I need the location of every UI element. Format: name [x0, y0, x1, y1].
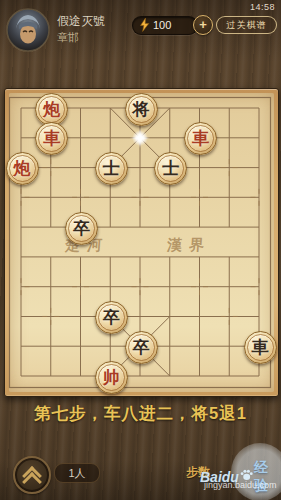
stage-records-button[interactable]: 过关棋谱	[216, 16, 277, 34]
player-name: 假途灭號	[57, 13, 105, 30]
online-count-badge: 1人	[54, 463, 100, 483]
watermark-url: jingyan.baidu.com	[204, 480, 277, 490]
last-move-marker	[132, 130, 148, 146]
collapse-button[interactable]	[13, 456, 51, 494]
xiangqi-board[interactable]: 楚河 漢界 炮将車車炮士士卒卒卒車帅	[4, 88, 279, 397]
player-avatar[interactable]	[6, 8, 50, 52]
lightning-icon	[139, 18, 150, 32]
piece-black-chariot[interactable]: 車	[244, 331, 277, 364]
app-screen: 14:58 假途灭號 章邯 100 + 过关棋谱	[0, 0, 281, 500]
piece-red-cannon[interactable]: 炮	[6, 152, 39, 185]
add-energy-button[interactable]: +	[193, 15, 213, 35]
piece-black-pawn[interactable]: 卒	[125, 331, 158, 364]
energy-value: 100	[153, 19, 171, 31]
piece-red-cannon[interactable]: 炮	[35, 93, 68, 126]
piece-black-pawn[interactable]: 卒	[95, 301, 128, 334]
status-bar-clock: 14:58	[250, 2, 275, 12]
warrior-avatar-image	[6, 8, 50, 52]
paw-icon	[240, 468, 253, 481]
piece-red-general[interactable]: 帅	[95, 361, 128, 394]
player-subname: 章邯	[57, 30, 79, 45]
piece-black-general[interactable]: 将	[125, 93, 158, 126]
piece-black-advisor[interactable]: 士	[95, 152, 128, 185]
move-caption: 第七步，车八进二，将5退1	[0, 403, 281, 425]
river-label-han: 漢界	[166, 236, 211, 255]
piece-black-pawn[interactable]: 卒	[65, 212, 98, 245]
